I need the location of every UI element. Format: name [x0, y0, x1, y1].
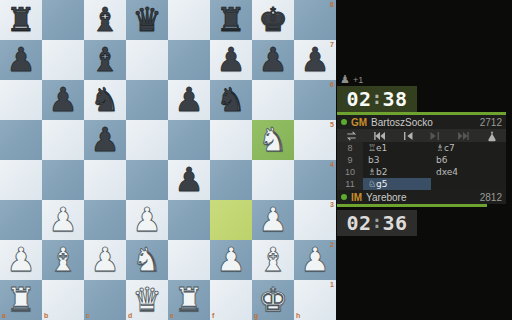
square-e8[interactable]	[168, 0, 210, 40]
white-pawn: ♟	[126, 200, 168, 240]
move-9-black[interactable]: b6	[431, 154, 499, 166]
bottom-player-clock: 02:36	[337, 210, 417, 236]
black-king: ♚	[252, 0, 294, 40]
square-d6[interactable]	[126, 80, 168, 120]
square-f4[interactable]	[210, 160, 252, 200]
rank-label: 8	[330, 1, 334, 8]
square-h8[interactable]: 8	[294, 0, 336, 40]
move-10-black[interactable]: dxe4	[431, 166, 499, 178]
rank-label: 1	[330, 281, 334, 288]
move-number: 10	[337, 166, 363, 178]
file-label: g	[254, 312, 258, 319]
square-e1[interactable]: ♜e	[168, 280, 210, 320]
file-label: h	[296, 312, 300, 319]
material-count: +1	[353, 75, 363, 85]
move-row: 8♖e1♗c7	[337, 142, 506, 154]
move-8-black[interactable]: ♗c7	[431, 142, 499, 154]
square-d7[interactable]	[126, 40, 168, 80]
black-pawn: ♟	[0, 40, 42, 80]
square-f6[interactable]: ♞	[210, 80, 252, 120]
black-rook: ♜	[0, 0, 42, 40]
white-bishop: ♝	[252, 240, 294, 280]
square-h1[interactable]: 1h	[294, 280, 336, 320]
move-9-white[interactable]: b3	[363, 154, 431, 166]
online-dot	[341, 119, 347, 125]
player-name-link[interactable]: BartoszSocko	[371, 117, 433, 128]
pawn-icon: ♟	[340, 74, 350, 85]
square-g3[interactable]: ♟	[252, 200, 294, 240]
square-f1[interactable]: f	[210, 280, 252, 320]
file-label: b	[44, 312, 48, 319]
square-e2[interactable]	[168, 240, 210, 280]
file-label: a	[2, 312, 6, 319]
white-pawn: ♟	[42, 200, 84, 240]
square-a3[interactable]	[0, 200, 42, 240]
top-player-row: GM BartoszSocko 2712	[337, 115, 506, 129]
square-h4[interactable]: 4	[294, 160, 336, 200]
black-pawn: ♟	[210, 40, 252, 80]
black-bishop: ♝	[84, 0, 126, 40]
move-11-white[interactable]: ♘g5	[363, 178, 431, 190]
white-pawn: ♟	[0, 240, 42, 280]
square-a5[interactable]	[0, 120, 42, 160]
square-e6[interactable]: ♟	[168, 80, 210, 120]
square-c1[interactable]: c	[84, 280, 126, 320]
square-g2[interactable]: ♝	[252, 240, 294, 280]
file-label: d	[128, 312, 132, 319]
white-rook: ♜	[168, 280, 210, 320]
square-b6[interactable]: ♟	[42, 80, 84, 120]
move-list: 8♖e1♗c79b3b610♗b2dxe411♘g5	[337, 142, 506, 190]
black-rook: ♜	[210, 0, 252, 40]
white-bishop: ♝	[42, 240, 84, 280]
file-label: f	[212, 312, 214, 319]
square-d8[interactable]: ♛	[126, 0, 168, 40]
analysis-flask-icon[interactable]	[478, 129, 506, 142]
black-bishop: ♝	[84, 40, 126, 80]
move-number: 9	[337, 154, 363, 166]
white-rook: ♜	[0, 280, 42, 320]
square-h3[interactable]: 3	[294, 200, 336, 240]
cycle-icon[interactable]	[337, 129, 365, 142]
white-pawn: ♟	[252, 200, 294, 240]
rank-label: 5	[330, 121, 334, 128]
black-pawn: ♟	[84, 120, 126, 160]
player-title: IM	[351, 192, 362, 203]
square-b1[interactable]: b	[42, 280, 84, 320]
black-pawn: ♟	[42, 80, 84, 120]
square-c6[interactable]: ♞	[84, 80, 126, 120]
white-queen: ♛	[126, 280, 168, 320]
rank-label: 6	[330, 81, 334, 88]
rank-label: 3	[330, 201, 334, 208]
chess-tv-app: ♜♝♛♜♚8♟♝♟♟♟7♟♞♟♞6♟♞5♟4♟♟♟3♟♝♟♞♟♝♟2♜abc♛d…	[0, 0, 512, 320]
black-knight: ♞	[210, 80, 252, 120]
first-move-icon[interactable]	[365, 129, 393, 142]
white-pawn: ♟	[84, 240, 126, 280]
square-f2[interactable]: ♟	[210, 240, 252, 280]
player-title: GM	[351, 117, 367, 128]
square-g8[interactable]: ♚	[252, 0, 294, 40]
white-king: ♚	[252, 280, 294, 320]
square-h7[interactable]: ♟7	[294, 40, 336, 80]
move-controls	[337, 129, 506, 142]
black-knight: ♞	[84, 80, 126, 120]
square-c3[interactable]	[84, 200, 126, 240]
square-g7[interactable]: ♟	[252, 40, 294, 80]
active-player-bar-bottom	[337, 204, 487, 207]
square-h2[interactable]: ♟2	[294, 240, 336, 280]
game-sidebar: ♟ +1 02:38 GM BartoszSocko 2712 8♖e1♗c79…	[336, 0, 512, 320]
white-pawn: ♟	[210, 240, 252, 280]
move-10-white[interactable]: ♗b2	[363, 166, 431, 178]
square-g4[interactable]	[252, 160, 294, 200]
square-d5[interactable]	[126, 120, 168, 160]
square-b2[interactable]: ♝	[42, 240, 84, 280]
black-pawn: ♟	[168, 80, 210, 120]
black-queen: ♛	[126, 0, 168, 40]
online-dot	[341, 194, 347, 200]
player-rating: 2812	[480, 192, 502, 203]
square-h6[interactable]: 6	[294, 80, 336, 120]
square-c2[interactable]: ♟	[84, 240, 126, 280]
black-pawn: ♟	[168, 160, 210, 200]
square-a6[interactable]	[0, 80, 42, 120]
move-number: 8	[337, 142, 363, 154]
square-g5[interactable]: ♞	[252, 120, 294, 160]
square-c7[interactable]: ♝	[84, 40, 126, 80]
square-d1[interactable]: ♛d	[126, 280, 168, 320]
move-number: 11	[337, 178, 363, 190]
rank-label: 2	[330, 241, 334, 248]
square-d4[interactable]	[126, 160, 168, 200]
rank-label: 7	[330, 41, 334, 48]
move-11-black	[431, 178, 499, 190]
bottom-player-row: IM Yarebore 2812	[337, 190, 506, 204]
square-b8[interactable]	[42, 0, 84, 40]
square-b4[interactable]	[42, 160, 84, 200]
square-f5[interactable]	[210, 120, 252, 160]
move-row: 9b3b6	[337, 154, 506, 166]
file-label: c	[86, 312, 90, 319]
square-d2[interactable]: ♞	[126, 240, 168, 280]
square-c4[interactable]	[84, 160, 126, 200]
square-d3[interactable]: ♟	[126, 200, 168, 240]
white-knight: ♞	[126, 240, 168, 280]
next-move-icon[interactable]	[422, 129, 450, 142]
square-c5[interactable]: ♟	[84, 120, 126, 160]
square-g1[interactable]: ♚g	[252, 280, 294, 320]
square-a7[interactable]: ♟	[0, 40, 42, 80]
prev-move-icon[interactable]	[393, 129, 421, 142]
square-a4[interactable]	[0, 160, 42, 200]
square-c8[interactable]: ♝	[84, 0, 126, 40]
rank-label: 4	[330, 161, 334, 168]
square-a1[interactable]: ♜a	[0, 280, 42, 320]
material-advantage: ♟ +1	[337, 73, 506, 86]
square-e4[interactable]: ♟	[168, 160, 210, 200]
square-e5[interactable]	[168, 120, 210, 160]
move-8-white[interactable]: ♖e1	[363, 142, 431, 154]
square-g6[interactable]	[252, 80, 294, 120]
player-name-link[interactable]: Yarebore	[366, 192, 406, 203]
square-h5[interactable]: 5	[294, 120, 336, 160]
square-e7[interactable]	[168, 40, 210, 80]
file-label: e	[170, 312, 174, 319]
square-f8[interactable]: ♜	[210, 0, 252, 40]
chess-board: ♜♝♛♜♚8♟♝♟♟♟7♟♞♟♞6♟♞5♟4♟♟♟3♟♝♟♞♟♝♟2♜abc♛d…	[0, 0, 336, 320]
move-row: 10♗b2dxe4	[337, 166, 506, 178]
square-b5[interactable]	[42, 120, 84, 160]
black-pawn: ♟	[252, 40, 294, 80]
square-a8[interactable]: ♜	[0, 0, 42, 40]
top-player-clock: 02:38	[337, 86, 417, 112]
last-move-icon[interactable]	[450, 129, 478, 142]
square-f3[interactable]	[210, 200, 252, 240]
square-e3[interactable]	[168, 200, 210, 240]
move-row: 11♘g5	[337, 178, 506, 190]
square-b7[interactable]	[42, 40, 84, 80]
square-a2[interactable]: ♟	[0, 240, 42, 280]
white-knight: ♞	[252, 120, 294, 160]
player-rating: 2712	[480, 117, 502, 128]
square-b3[interactable]: ♟	[42, 200, 84, 240]
square-f7[interactable]: ♟	[210, 40, 252, 80]
